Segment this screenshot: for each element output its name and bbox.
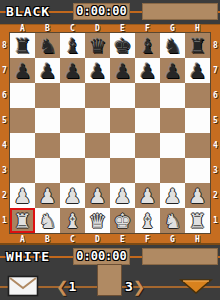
white-pawn-h2: ♟: [185, 183, 210, 208]
square-d5[interactable]: [85, 108, 110, 133]
file-label-e: E: [110, 235, 135, 245]
square-c5[interactable]: [60, 108, 85, 133]
square-a6[interactable]: [10, 83, 35, 108]
square-e8[interactable]: ♚: [110, 33, 135, 58]
white-pawn-f2: ♟: [135, 183, 160, 208]
square-a8[interactable]: ♜: [10, 33, 35, 58]
dropdown-triangle-icon[interactable]: [179, 278, 213, 295]
file-labels-top: ABCDEFGH: [10, 24, 210, 32]
rank-label-7: 7: [0, 58, 9, 83]
white-pawn-e2: ♟: [110, 183, 135, 208]
square-e5[interactable]: [110, 108, 135, 133]
black-pawn-c7: ♟: [60, 58, 85, 83]
square-g1[interactable]: ♞: [160, 208, 185, 233]
white-pawn-c2: ♟: [60, 183, 85, 208]
square-c2[interactable]: ♟: [60, 183, 85, 208]
rank-labels-right: 87654321: [211, 33, 220, 233]
black-bishop-f8: ♝: [135, 33, 160, 58]
white-knight-g1: ♞: [160, 208, 185, 233]
square-g3[interactable]: [160, 158, 185, 183]
square-e1[interactable]: ♚: [110, 208, 135, 233]
white-bishop-c1: ♝: [60, 208, 85, 233]
square-h7[interactable]: ♟: [185, 58, 210, 83]
square-c6[interactable]: [60, 83, 85, 108]
board-squares: ♜♞♝♛♚♝♞♜♟♟♟♟♟♟♟♟♟♟♟♟♟♟♟♟♜♞♝♛♚♝♞♜: [9, 32, 211, 234]
black-pawn-g7: ♟: [160, 58, 185, 83]
square-e3[interactable]: [110, 158, 135, 183]
square-g7[interactable]: ♟: [160, 58, 185, 83]
rank-label-8: 8: [0, 33, 9, 58]
rank-label-6: 6: [211, 83, 220, 108]
white-pawn-b2: ♟: [35, 183, 60, 208]
square-b2[interactable]: ♟: [35, 183, 60, 208]
black-pawn-d7: ♟: [85, 58, 110, 83]
square-g8[interactable]: ♞: [160, 33, 185, 58]
square-b4[interactable]: [35, 133, 60, 158]
square-c1[interactable]: ♝: [60, 208, 85, 233]
square-h1[interactable]: ♜: [185, 208, 210, 233]
rank-label-1: 1: [0, 208, 9, 233]
black-pawn-b7: ♟: [35, 58, 60, 83]
file-label-h: H: [185, 235, 210, 245]
file-label-g: G: [160, 235, 185, 245]
rank-label-4: 4: [0, 133, 9, 158]
white-knight-b1: ♞: [35, 208, 60, 233]
square-b3[interactable]: [35, 158, 60, 183]
square-d6[interactable]: [85, 83, 110, 108]
rank-label-3: 3: [0, 158, 9, 183]
white-clock: 0:00:00: [73, 248, 130, 265]
square-g5[interactable]: [160, 108, 185, 133]
black-rook-h8: ♜: [185, 33, 210, 58]
prev-move-number: 1: [69, 277, 77, 297]
square-g4[interactable]: [160, 133, 185, 158]
chevron-right-icon: ❯: [133, 277, 146, 297]
white-captured-pieces-tray: [142, 248, 218, 265]
file-label-a: A: [10, 235, 35, 245]
square-f4[interactable]: [135, 133, 160, 158]
black-clock: 0:00:00: [73, 3, 130, 20]
square-e6[interactable]: [110, 83, 135, 108]
square-e4[interactable]: [110, 133, 135, 158]
black-knight-g8: ♞: [160, 33, 185, 58]
square-e2[interactable]: ♟: [110, 183, 135, 208]
square-c4[interactable]: [60, 133, 85, 158]
square-f1[interactable]: ♝: [135, 208, 160, 233]
rank-label-5: 5: [211, 108, 220, 133]
square-a1[interactable]: ♜: [10, 208, 35, 233]
black-king-e8: ♚: [110, 33, 135, 58]
rank-label-8: 8: [211, 33, 220, 58]
black-pawn-f7: ♟: [135, 58, 160, 83]
rank-label-4: 4: [211, 133, 220, 158]
square-d1[interactable]: ♛: [85, 208, 110, 233]
square-b1[interactable]: ♞: [35, 208, 60, 233]
nav-current-move-box[interactable]: [97, 264, 122, 296]
black-player-bar: BLACK 0:00:00: [0, 0, 220, 24]
square-f8[interactable]: ♝: [135, 33, 160, 58]
square-f6[interactable]: [135, 83, 160, 108]
rank-label-1: 1: [211, 208, 220, 233]
black-pawn-a7: ♟: [10, 58, 35, 83]
white-queen-d1: ♛: [85, 208, 110, 233]
white-pawn-g2: ♟: [160, 183, 185, 208]
chess-app-screen: BLACK 0:00:00 ABCDEFGH 87654321 ♜♞♝♛♚♝♞♜…: [0, 0, 220, 300]
file-label-f: F: [135, 235, 160, 245]
rank-label-2: 2: [0, 183, 9, 208]
chess-board: ABCDEFGH 87654321 ♜♞♝♛♚♝♞♜♟♟♟♟♟♟♟♟♟♟♟♟♟♟…: [0, 24, 220, 245]
rank-label-3: 3: [211, 158, 220, 183]
square-f5[interactable]: [135, 108, 160, 133]
rank-label-5: 5: [0, 108, 9, 133]
file-label-c: C: [60, 235, 85, 245]
black-queen-d8: ♛: [85, 33, 110, 58]
square-a2[interactable]: ♟: [10, 183, 35, 208]
black-bishop-c8: ♝: [60, 33, 85, 58]
square-h6[interactable]: [185, 83, 210, 108]
chevron-left-icon: ❮: [56, 277, 69, 297]
rank-labels-left: 87654321: [0, 33, 9, 233]
square-h8[interactable]: ♜: [185, 33, 210, 58]
file-label-b: B: [35, 235, 60, 245]
nav-bar: ❮ 1 3 ❯: [0, 269, 220, 300]
square-c8[interactable]: ♝: [60, 33, 85, 58]
square-b5[interactable]: [35, 108, 60, 133]
file-label-d: D: [85, 235, 110, 245]
black-player-label: BLACK: [6, 4, 50, 19]
white-king-e1: ♚: [110, 208, 135, 233]
square-f7[interactable]: ♟: [135, 58, 160, 83]
square-g2[interactable]: ♟: [160, 183, 185, 208]
square-h4[interactable]: [185, 133, 210, 158]
square-b8[interactable]: ♞: [35, 33, 60, 58]
square-h3[interactable]: [185, 158, 210, 183]
file-labels-bottom: ABCDEFGH: [10, 235, 210, 245]
square-e7[interactable]: ♟: [110, 58, 135, 83]
prev-move-button[interactable]: ❮ 1: [56, 276, 76, 298]
next-move-button[interactable]: 3 ❯: [125, 276, 145, 298]
black-rook-a8: ♜: [10, 33, 35, 58]
square-g6[interactable]: [160, 83, 185, 108]
white-rook-h1: ♜: [185, 208, 210, 233]
square-f3[interactable]: [135, 158, 160, 183]
square-a4[interactable]: [10, 133, 35, 158]
square-d3[interactable]: [85, 158, 110, 183]
black-pawn-e7: ♟: [110, 58, 135, 83]
black-knight-b8: ♞: [35, 33, 60, 58]
white-bishop-f1: ♝: [135, 208, 160, 233]
square-d4[interactable]: [85, 133, 110, 158]
white-pawn-a2: ♟: [10, 183, 35, 208]
square-h2[interactable]: ♟: [185, 183, 210, 208]
next-move-number: 3: [125, 277, 133, 297]
rank-label-7: 7: [211, 58, 220, 83]
square-a5[interactable]: [10, 108, 35, 133]
white-pawn-d2: ♟: [85, 183, 110, 208]
black-pawn-h7: ♟: [185, 58, 210, 83]
envelope-icon[interactable]: [7, 275, 39, 297]
white-rook-a1: ♜: [10, 208, 35, 233]
black-captured-pieces-tray: [142, 3, 218, 20]
square-b6[interactable]: [35, 83, 60, 108]
square-b7[interactable]: ♟: [35, 58, 60, 83]
square-c7[interactable]: ♟: [60, 58, 85, 83]
square-d8[interactable]: ♛: [85, 33, 110, 58]
square-d2[interactable]: ♟: [85, 183, 110, 208]
square-f2[interactable]: ♟: [135, 183, 160, 208]
square-a7[interactable]: ♟: [10, 58, 35, 83]
square-a3[interactable]: [10, 158, 35, 183]
square-c3[interactable]: [60, 158, 85, 183]
rank-label-6: 6: [0, 83, 9, 108]
rank-label-2: 2: [211, 183, 220, 208]
square-h5[interactable]: [185, 108, 210, 133]
white-player-label: WHITE: [6, 249, 50, 264]
square-d7[interactable]: ♟: [85, 58, 110, 83]
